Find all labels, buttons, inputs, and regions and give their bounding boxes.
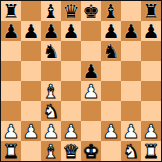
black-pawn[interactable]: ♟	[62, 22, 79, 41]
square-e7[interactable]	[81, 21, 101, 41]
square-e5[interactable]: ♟	[81, 61, 101, 81]
white-pawn[interactable]: ♟	[62, 122, 79, 141]
square-d5[interactable]	[61, 61, 81, 81]
square-b2[interactable]: ♟	[21, 121, 41, 141]
black-queen[interactable]: ♛	[62, 2, 79, 21]
square-c5[interactable]	[41, 61, 61, 81]
square-e4[interactable]: ♟	[81, 81, 101, 101]
white-knight[interactable]: ♞	[122, 142, 139, 161]
black-pawn[interactable]: ♟	[122, 22, 139, 41]
square-f5[interactable]	[101, 61, 121, 81]
white-queen[interactable]: ♛	[62, 142, 79, 161]
white-bishop[interactable]: ♝	[42, 142, 59, 161]
square-c4[interactable]: ♝	[41, 81, 61, 101]
square-e3[interactable]	[81, 101, 101, 121]
square-b8[interactable]	[21, 1, 41, 21]
square-a6[interactable]	[1, 41, 21, 61]
white-pawn[interactable]: ♟	[2, 122, 19, 141]
square-b7[interactable]: ♟	[21, 21, 41, 41]
square-g2[interactable]: ♟	[121, 121, 141, 141]
square-a3[interactable]	[1, 101, 21, 121]
square-c7[interactable]: ♟	[41, 21, 61, 41]
square-h8[interactable]: ♜	[141, 1, 161, 21]
square-b1[interactable]	[21, 141, 41, 161]
square-g1[interactable]: ♞	[121, 141, 141, 161]
square-h3[interactable]	[141, 101, 161, 121]
black-pawn[interactable]: ♟	[2, 22, 19, 41]
square-d2[interactable]: ♟	[61, 121, 81, 141]
white-king[interactable]: ♚	[82, 142, 99, 161]
square-a4[interactable]	[1, 81, 21, 101]
square-d1[interactable]: ♛	[61, 141, 81, 161]
square-f2[interactable]: ♟	[101, 121, 121, 141]
square-b6[interactable]	[21, 41, 41, 61]
square-a2[interactable]: ♟	[1, 121, 21, 141]
black-pawn[interactable]: ♟	[82, 62, 99, 81]
black-pawn[interactable]: ♟	[22, 22, 39, 41]
square-h7[interactable]: ♟	[141, 21, 161, 41]
square-a7[interactable]: ♟	[1, 21, 21, 41]
square-f6[interactable]: ♞	[101, 41, 121, 61]
square-a5[interactable]	[1, 61, 21, 81]
white-pawn[interactable]: ♟	[82, 82, 99, 101]
white-rook[interactable]: ♜	[2, 142, 19, 161]
square-e6[interactable]	[81, 41, 101, 61]
square-h4[interactable]	[141, 81, 161, 101]
square-h2[interactable]: ♟	[141, 121, 161, 141]
black-bishop[interactable]: ♝	[42, 2, 59, 21]
black-knight[interactable]: ♞	[42, 42, 59, 61]
black-king[interactable]: ♚	[82, 2, 99, 21]
square-f4[interactable]	[101, 81, 121, 101]
square-g7[interactable]: ♟	[121, 21, 141, 41]
square-c2[interactable]: ♟	[41, 121, 61, 141]
square-d4[interactable]	[61, 81, 81, 101]
square-f8[interactable]: ♝	[101, 1, 121, 21]
white-knight[interactable]: ♞	[42, 102, 59, 121]
square-g4[interactable]	[121, 81, 141, 101]
white-pawn[interactable]: ♟	[42, 122, 59, 141]
square-c8[interactable]: ♝	[41, 1, 61, 21]
white-pawn[interactable]: ♟	[142, 122, 159, 141]
white-bishop[interactable]: ♝	[42, 82, 59, 101]
chess-board-wrapper: ♜♝♛♚♝♜♟♟♟♟♟♟♟♞♞♟♝♟♞♟♟♟♟♟♟♟♜♝♛♚♞♜	[0, 0, 162, 162]
white-pawn[interactable]: ♟	[22, 122, 39, 141]
square-d3[interactable]	[61, 101, 81, 121]
square-e2[interactable]	[81, 121, 101, 141]
black-pawn[interactable]: ♟	[42, 22, 59, 41]
square-g3[interactable]	[121, 101, 141, 121]
square-a8[interactable]: ♜	[1, 1, 21, 21]
square-g8[interactable]	[121, 1, 141, 21]
square-a1[interactable]: ♜	[1, 141, 21, 161]
square-f7[interactable]: ♟	[101, 21, 121, 41]
square-h5[interactable]	[141, 61, 161, 81]
black-pawn[interactable]: ♟	[142, 22, 159, 41]
square-d7[interactable]: ♟	[61, 21, 81, 41]
square-c1[interactable]: ♝	[41, 141, 61, 161]
square-b3[interactable]	[21, 101, 41, 121]
square-b4[interactable]	[21, 81, 41, 101]
square-e8[interactable]: ♚	[81, 1, 101, 21]
white-pawn[interactable]: ♟	[122, 122, 139, 141]
square-h1[interactable]: ♜	[141, 141, 161, 161]
square-g5[interactable]	[121, 61, 141, 81]
black-pawn[interactable]: ♟	[102, 22, 119, 41]
square-f1[interactable]	[101, 141, 121, 161]
white-pawn[interactable]: ♟	[102, 122, 119, 141]
square-b5[interactable]	[21, 61, 41, 81]
square-g6[interactable]	[121, 41, 141, 61]
square-f3[interactable]	[101, 101, 121, 121]
square-d6[interactable]	[61, 41, 81, 61]
black-rook[interactable]: ♜	[142, 2, 159, 21]
square-h6[interactable]	[141, 41, 161, 61]
black-bishop[interactable]: ♝	[102, 2, 119, 21]
square-d8[interactable]: ♛	[61, 1, 81, 21]
black-knight[interactable]: ♞	[102, 42, 119, 61]
square-c6[interactable]: ♞	[41, 41, 61, 61]
white-rook[interactable]: ♜	[142, 142, 159, 161]
square-c3[interactable]: ♞	[41, 101, 61, 121]
chess-board: ♜♝♛♚♝♜♟♟♟♟♟♟♟♞♞♟♝♟♞♟♟♟♟♟♟♟♜♝♛♚♞♜	[0, 0, 162, 162]
square-e1[interactable]: ♚	[81, 141, 101, 161]
black-rook[interactable]: ♜	[2, 2, 19, 21]
